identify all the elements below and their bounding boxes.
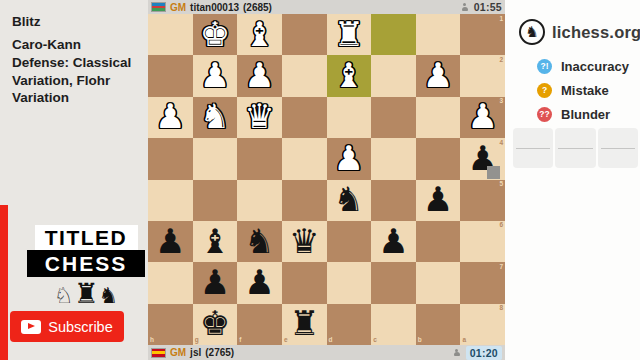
legend-mistake: ? Mistake <box>537 82 629 98</box>
player-bar-bottom: GM jsl (2765) 01:20 <box>148 345 505 360</box>
rank-coordinate: 3 <box>499 98 503 105</box>
lichess-site-name: lichess.org <box>552 23 640 42</box>
rank-coordinate: 1 <box>499 16 503 23</box>
file-coordinate: c <box>373 337 377 344</box>
square-e8[interactable]: ♜e <box>282 304 327 345</box>
square-b2[interactable]: ♟ <box>416 55 461 96</box>
square-d3[interactable] <box>327 97 372 138</box>
square-g7[interactable]: ♟ <box>193 262 238 303</box>
square-g4[interactable] <box>193 138 238 179</box>
youtube-play-icon <box>21 320 41 334</box>
square-e4[interactable] <box>282 138 327 179</box>
blunder-icon: ?? <box>537 107 552 122</box>
black-knight: ♞ <box>334 182 364 216</box>
black-pawn: ♟ <box>378 224 408 258</box>
square-h3[interactable]: ♟ <box>148 97 193 138</box>
square-e7[interactable] <box>282 262 327 303</box>
square-f6[interactable]: ♞ <box>237 221 282 262</box>
square-g3[interactable]: ♞ <box>193 97 238 138</box>
square-a2[interactable]: 2 <box>460 55 505 96</box>
subscribe-button[interactable]: Subscribe <box>10 311 124 342</box>
blunder-label: Blunder <box>561 107 610 122</box>
clock-wrap-top: 01:55 <box>461 1 502 13</box>
square-a5[interactable]: 5 <box>460 180 505 221</box>
white-pawn: ♟ <box>200 58 230 92</box>
mistake-label: Mistake <box>561 83 609 98</box>
black-pawn: ♟ <box>423 182 453 216</box>
white-pawn: ♟ <box>423 58 453 92</box>
square-d7[interactable] <box>327 262 372 303</box>
red-accent-strip <box>0 205 8 360</box>
clock-top: 01:55 <box>474 1 502 13</box>
square-c3[interactable] <box>371 97 416 138</box>
square-h4[interactable] <box>148 138 193 179</box>
square-e3[interactable] <box>282 97 327 138</box>
white-pawn: ♟ <box>334 141 364 175</box>
square-d1[interactable]: ♜ <box>327 14 372 55</box>
square-h8[interactable]: h <box>148 304 193 345</box>
black-knight-emblem-icon: ♞ <box>99 283 119 308</box>
black-knight: ♞ <box>244 224 274 258</box>
player-name-bottom: jsl <box>190 347 201 358</box>
brand-chess-text: CHESS <box>27 250 145 277</box>
square-f1[interactable]: ♝ <box>237 14 282 55</box>
square-g1[interactable]: ♚ <box>193 14 238 55</box>
person-icon-bottom <box>453 349 461 357</box>
square-b8[interactable]: b <box>416 304 461 345</box>
square-b5[interactable]: ♟ <box>416 180 461 221</box>
rank-coordinate: 8 <box>499 305 503 312</box>
square-h7[interactable] <box>148 262 193 303</box>
square-b4[interactable] <box>416 138 461 179</box>
black-bishop: ♝ <box>200 224 230 258</box>
square-a3[interactable]: ♟3 <box>460 97 505 138</box>
square-h6[interactable]: ♟ <box>148 221 193 262</box>
time-control-label: Blitz <box>12 14 41 29</box>
file-coordinate: h <box>150 337 154 344</box>
right-panel: ♞ lichess.org ?! Inaccuracy ? Mistake ??… <box>505 0 640 360</box>
file-coordinate: a <box>462 337 466 344</box>
square-e6[interactable]: ♛ <box>282 221 327 262</box>
square-b1[interactable] <box>416 14 461 55</box>
square-a7[interactable]: 7 <box>460 262 505 303</box>
chess-board: ♚♝♜1♟♟♝♟2♟♞♛♟3♟♟4♞♟5♟♝♞♛♟6♟♟7h♚gf♜edcb8a <box>148 14 505 345</box>
player-title-top: GM <box>170 2 186 13</box>
square-b7[interactable] <box>416 262 461 303</box>
player-rating-top: (2685) <box>243 2 272 13</box>
rank-coordinate: 2 <box>499 57 503 64</box>
square-f3[interactable]: ♛ <box>237 97 282 138</box>
square-c2[interactable] <box>371 55 416 96</box>
square-a1[interactable]: 1 <box>460 14 505 55</box>
rank-coordinate: 6 <box>499 222 503 229</box>
white-rook: ♜ <box>334 17 364 51</box>
square-e2[interactable] <box>282 55 327 96</box>
square-b6[interactable] <box>416 221 461 262</box>
legend-inaccuracy: ?! Inaccuracy <box>537 58 629 74</box>
white-knight: ♞ <box>200 99 230 133</box>
square-e5[interactable] <box>282 180 327 221</box>
legend-blunder: ?? Blunder <box>537 106 629 122</box>
square-a6[interactable]: 6 <box>460 221 505 262</box>
square-d2[interactable]: ♝ <box>327 55 372 96</box>
flag-icon-top <box>151 2 166 12</box>
square-d6[interactable] <box>327 221 372 262</box>
square-g8[interactable]: ♚g <box>193 304 238 345</box>
mistake-icon: ? <box>537 83 552 98</box>
square-d5[interactable]: ♞ <box>327 180 372 221</box>
file-coordinate: f <box>239 337 241 344</box>
rank-coordinate: 4 <box>499 140 503 147</box>
rank-coordinate: 7 <box>499 264 503 271</box>
square-b3[interactable] <box>416 97 461 138</box>
square-c1[interactable] <box>371 14 416 55</box>
square-c5[interactable] <box>371 180 416 221</box>
faded-overlay <box>513 128 638 168</box>
white-queen: ♛ <box>244 99 274 133</box>
inaccuracy-label: Inaccuracy <box>561 59 629 74</box>
white-bishop: ♝ <box>244 17 274 51</box>
square-f4[interactable] <box>237 138 282 179</box>
brand-logo: TITLED CHESS ♘♜♞ <box>27 225 145 314</box>
brand-titled-text: TITLED <box>35 225 138 250</box>
square-g2[interactable]: ♟ <box>193 55 238 96</box>
square-g6[interactable]: ♝ <box>193 221 238 262</box>
person-icon-top <box>461 3 469 11</box>
black-pawn: ♟ <box>200 265 230 299</box>
white-pawn: ♟ <box>244 58 274 92</box>
player-title-bottom: GM <box>170 347 186 358</box>
file-coordinate: g <box>195 337 199 344</box>
black-pawn: ♟ <box>155 224 185 258</box>
square-g5[interactable] <box>193 180 238 221</box>
square-c4[interactable] <box>371 138 416 179</box>
square-a8[interactable]: 8a <box>460 304 505 345</box>
white-king: ♚ <box>200 17 230 51</box>
board-resize-handle[interactable] <box>487 166 500 179</box>
black-rook: ♜ <box>289 306 319 340</box>
chess-pieces-emblem: ♘♜♞ <box>27 278 145 314</box>
left-panel: Blitz Caro-Kann Defense: Classical Varia… <box>0 0 148 360</box>
black-queen: ♛ <box>289 224 319 258</box>
file-coordinate: d <box>329 337 333 344</box>
square-f2[interactable]: ♟ <box>237 55 282 96</box>
white-bishop: ♝ <box>334 58 364 92</box>
white-pawn: ♟ <box>155 99 185 133</box>
square-f7[interactable]: ♟ <box>237 262 282 303</box>
square-d8[interactable]: d <box>327 304 372 345</box>
square-f8[interactable]: f <box>237 304 282 345</box>
black-pawn: ♟ <box>244 265 274 299</box>
flag-icon-bottom <box>151 348 166 358</box>
square-c6[interactable]: ♟ <box>371 221 416 262</box>
player-bar-top: GM titan00013 (2685) 01:55 <box>148 0 505 14</box>
black-king: ♚ <box>200 306 230 340</box>
square-e1[interactable] <box>282 14 327 55</box>
inaccuracy-icon: ?! <box>537 59 552 74</box>
player-rating-bottom: (2765) <box>205 347 234 358</box>
file-coordinate: e <box>284 337 288 344</box>
square-f5[interactable] <box>237 180 282 221</box>
square-c8[interactable]: c <box>371 304 416 345</box>
rook-emblem-icon: ♜ <box>73 277 98 310</box>
clock-wrap-bottom: 01:20 <box>453 346 502 360</box>
white-pawn: ♟ <box>467 99 497 133</box>
move-quality-legend: ?! Inaccuracy ? Mistake ?? Blunder <box>537 58 629 130</box>
subscribe-label: Subscribe <box>48 319 112 335</box>
lichess-knight-icon: ♞ <box>519 19 545 45</box>
square-h2[interactable] <box>148 55 193 96</box>
square-h1[interactable] <box>148 14 193 55</box>
square-h5[interactable] <box>148 180 193 221</box>
white-knight-emblem-icon: ♘ <box>54 283 74 308</box>
rank-coordinate: 5 <box>499 181 503 188</box>
square-d4[interactable]: ♟ <box>327 138 372 179</box>
player-name-top: titan00013 <box>190 2 239 13</box>
file-coordinate: b <box>418 337 422 344</box>
opening-name: Caro-Kann Defense: Classical Variation, … <box>12 36 140 107</box>
square-c7[interactable] <box>371 262 416 303</box>
lichess-logo: ♞ lichess.org <box>519 19 640 45</box>
clock-bottom: 01:20 <box>466 346 502 360</box>
